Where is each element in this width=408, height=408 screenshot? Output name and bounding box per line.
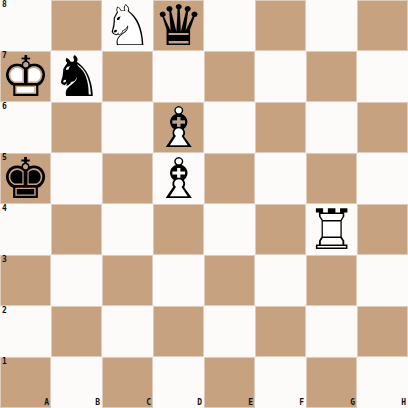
black-king-icon: ♚ bbox=[0, 153, 51, 204]
square-b6[interactable] bbox=[51, 102, 102, 153]
square-h6[interactable] bbox=[357, 102, 408, 153]
square-h5[interactable] bbox=[357, 153, 408, 204]
white-rook-icon: ♖ bbox=[306, 204, 357, 255]
square-f1[interactable]: F bbox=[255, 357, 306, 408]
square-f6[interactable] bbox=[255, 102, 306, 153]
square-g6[interactable] bbox=[306, 102, 357, 153]
square-g1[interactable]: G bbox=[306, 357, 357, 408]
square-e3[interactable] bbox=[204, 255, 255, 306]
rank-label-3: 3 bbox=[2, 256, 7, 264]
white-rook[interactable]: ♜♖ bbox=[306, 204, 357, 255]
square-e4[interactable] bbox=[204, 204, 255, 255]
square-e6[interactable] bbox=[204, 102, 255, 153]
square-b5[interactable] bbox=[51, 153, 102, 204]
black-king[interactable]: ♚ bbox=[0, 153, 51, 204]
square-d3[interactable] bbox=[153, 255, 204, 306]
file-label-a: A bbox=[44, 399, 49, 407]
square-a4[interactable]: 4 bbox=[0, 204, 51, 255]
square-c2[interactable] bbox=[102, 306, 153, 357]
square-a2[interactable]: 2 bbox=[0, 306, 51, 357]
square-c6[interactable] bbox=[102, 102, 153, 153]
black-knight-icon: ♞ bbox=[51, 51, 102, 102]
white-knight[interactable]: ♞♘ bbox=[102, 0, 153, 51]
file-label-c: C bbox=[146, 399, 151, 407]
square-g7[interactable] bbox=[306, 51, 357, 102]
black-queen[interactable]: ♛ bbox=[153, 0, 204, 51]
white-bishop-icon: ♗ bbox=[153, 153, 204, 204]
square-c5[interactable] bbox=[102, 153, 153, 204]
square-h2[interactable] bbox=[357, 306, 408, 357]
square-d8[interactable]: ♛ bbox=[153, 0, 204, 51]
square-f7[interactable] bbox=[255, 51, 306, 102]
rank-label-2: 2 bbox=[2, 307, 7, 315]
square-f3[interactable] bbox=[255, 255, 306, 306]
square-h4[interactable] bbox=[357, 204, 408, 255]
square-f2[interactable] bbox=[255, 306, 306, 357]
square-d1[interactable]: D bbox=[153, 357, 204, 408]
file-label-d: D bbox=[197, 399, 202, 407]
file-label-b: B bbox=[95, 399, 100, 407]
square-b4[interactable] bbox=[51, 204, 102, 255]
black-queen-icon: ♛ bbox=[153, 0, 204, 51]
rank-label-8: 8 bbox=[2, 1, 7, 9]
square-b3[interactable] bbox=[51, 255, 102, 306]
square-e2[interactable] bbox=[204, 306, 255, 357]
file-label-e: E bbox=[248, 399, 253, 407]
square-a3[interactable]: 3 bbox=[0, 255, 51, 306]
square-d2[interactable] bbox=[153, 306, 204, 357]
square-d5[interactable]: ♝♗ bbox=[153, 153, 204, 204]
square-g8[interactable] bbox=[306, 0, 357, 51]
white-king[interactable]: ♚♔ bbox=[0, 51, 51, 102]
file-label-h: H bbox=[401, 399, 406, 407]
white-bishop[interactable]: ♝♗ bbox=[153, 153, 204, 204]
square-h1[interactable]: H bbox=[357, 357, 408, 408]
square-e1[interactable]: E bbox=[204, 357, 255, 408]
square-b7[interactable]: ♞ bbox=[51, 51, 102, 102]
square-f8[interactable] bbox=[255, 0, 306, 51]
file-label-g: G bbox=[350, 399, 355, 407]
square-b1[interactable]: B bbox=[51, 357, 102, 408]
square-a1[interactable]: 1A bbox=[0, 357, 51, 408]
square-h7[interactable] bbox=[357, 51, 408, 102]
square-e5[interactable] bbox=[204, 153, 255, 204]
square-f5[interactable] bbox=[255, 153, 306, 204]
square-f4[interactable] bbox=[255, 204, 306, 255]
square-e8[interactable] bbox=[204, 0, 255, 51]
rank-label-1: 1 bbox=[2, 358, 7, 366]
square-c7[interactable] bbox=[102, 51, 153, 102]
square-g3[interactable] bbox=[306, 255, 357, 306]
white-knight-icon: ♘ bbox=[102, 0, 153, 51]
file-label-f: F bbox=[299, 399, 304, 407]
square-d4[interactable] bbox=[153, 204, 204, 255]
square-h3[interactable] bbox=[357, 255, 408, 306]
chess-board: 8♞♘♛7♚♔♞6♝♗5♚♝♗4♜♖321ABCDEFGH bbox=[0, 0, 408, 408]
square-a5[interactable]: 5♚ bbox=[0, 153, 51, 204]
square-b2[interactable] bbox=[51, 306, 102, 357]
square-a7[interactable]: 7♚♔ bbox=[0, 51, 51, 102]
square-c3[interactable] bbox=[102, 255, 153, 306]
square-c4[interactable] bbox=[102, 204, 153, 255]
black-knight[interactable]: ♞ bbox=[51, 51, 102, 102]
square-h8[interactable] bbox=[357, 0, 408, 51]
square-c1[interactable]: C bbox=[102, 357, 153, 408]
square-e7[interactable] bbox=[204, 51, 255, 102]
square-g4[interactable]: ♜♖ bbox=[306, 204, 357, 255]
white-king-icon: ♔ bbox=[0, 51, 51, 102]
square-c8[interactable]: ♞♘ bbox=[102, 0, 153, 51]
square-g2[interactable] bbox=[306, 306, 357, 357]
